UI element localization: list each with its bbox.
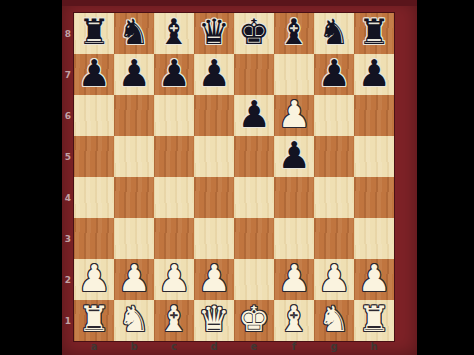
video-frame: 87654321 ♜♞♝♛♚♝♞♜♟♟♟♟♟♟♟♟♟♟♟♟♟♟♟♟♜♞♝♛♚♝♞… xyxy=(0,0,474,355)
piece-black-pawn: ♟ xyxy=(237,94,270,135)
square-b1[interactable]: ♞ xyxy=(114,300,154,341)
piece-black-pawn: ♟ xyxy=(157,53,190,94)
square-g6[interactable] xyxy=(314,95,354,136)
square-g2[interactable]: ♟ xyxy=(314,259,354,300)
square-h5[interactable] xyxy=(354,136,394,177)
piece-white-pawn: ♟ xyxy=(277,258,310,299)
piece-white-rook: ♜ xyxy=(78,299,109,340)
square-d5[interactable] xyxy=(194,136,234,177)
piece-black-pawn: ♟ xyxy=(317,53,350,94)
square-f7[interactable] xyxy=(274,54,314,95)
square-h1[interactable]: ♜ xyxy=(354,300,394,341)
rank-label-1: 1 xyxy=(62,300,74,341)
square-c6[interactable] xyxy=(154,95,194,136)
square-d7[interactable]: ♟ xyxy=(194,54,234,95)
file-label-h: h xyxy=(354,340,394,355)
letterbox-right xyxy=(417,0,474,355)
file-label-c: c xyxy=(154,340,194,355)
square-f8[interactable]: ♝ xyxy=(274,13,314,54)
rank-labels: 87654321 xyxy=(62,13,74,341)
square-a2[interactable]: ♟ xyxy=(74,259,114,300)
file-label-f: f xyxy=(274,340,314,355)
piece-black-pawn: ♟ xyxy=(277,135,310,176)
piece-black-rook: ♜ xyxy=(78,12,109,53)
square-b3[interactable] xyxy=(114,218,154,259)
square-b6[interactable] xyxy=(114,95,154,136)
piece-black-queen: ♛ xyxy=(198,12,229,53)
file-label-d: d xyxy=(194,340,234,355)
square-c4[interactable] xyxy=(154,177,194,218)
file-label-a: a xyxy=(74,340,114,355)
square-h8[interactable]: ♜ xyxy=(354,13,394,54)
square-e3[interactable] xyxy=(234,218,274,259)
file-label-e: e xyxy=(234,340,274,355)
square-h2[interactable]: ♟ xyxy=(354,259,394,300)
square-e7[interactable] xyxy=(234,54,274,95)
rank-label-5: 5 xyxy=(62,136,74,177)
square-f2[interactable]: ♟ xyxy=(274,259,314,300)
square-b2[interactable]: ♟ xyxy=(114,259,154,300)
piece-white-pawn: ♟ xyxy=(277,94,310,135)
piece-white-pawn: ♟ xyxy=(317,258,350,299)
file-labels: abcdefgh xyxy=(74,340,394,355)
square-e8[interactable]: ♚ xyxy=(234,13,274,54)
piece-white-king: ♚ xyxy=(238,299,269,340)
square-a4[interactable] xyxy=(74,177,114,218)
square-h4[interactable] xyxy=(354,177,394,218)
square-a3[interactable] xyxy=(74,218,114,259)
piece-white-bishop: ♝ xyxy=(278,299,309,340)
board-frame: 87654321 ♜♞♝♛♚♝♞♜♟♟♟♟♟♟♟♟♟♟♟♟♟♟♟♟♜♞♝♛♚♝♞… xyxy=(62,0,417,355)
square-g4[interactable] xyxy=(314,177,354,218)
square-d4[interactable] xyxy=(194,177,234,218)
square-h7[interactable]: ♟ xyxy=(354,54,394,95)
square-b7[interactable]: ♟ xyxy=(114,54,154,95)
square-a1[interactable]: ♜ xyxy=(74,300,114,341)
square-c2[interactable]: ♟ xyxy=(154,259,194,300)
frame-top-edge xyxy=(62,0,417,6)
piece-black-pawn: ♟ xyxy=(197,53,230,94)
piece-white-knight: ♞ xyxy=(118,299,149,340)
square-b8[interactable]: ♞ xyxy=(114,13,154,54)
piece-black-king: ♚ xyxy=(238,12,269,53)
piece-black-knight: ♞ xyxy=(118,12,149,53)
square-h3[interactable] xyxy=(354,218,394,259)
square-f6[interactable]: ♟ xyxy=(274,95,314,136)
piece-white-knight: ♞ xyxy=(318,299,349,340)
square-e5[interactable] xyxy=(234,136,274,177)
piece-black-pawn: ♟ xyxy=(117,53,150,94)
square-g8[interactable]: ♞ xyxy=(314,13,354,54)
square-b4[interactable] xyxy=(114,177,154,218)
square-f1[interactable]: ♝ xyxy=(274,300,314,341)
piece-white-pawn: ♟ xyxy=(77,258,110,299)
square-e6[interactable]: ♟ xyxy=(234,95,274,136)
rank-label-3: 3 xyxy=(62,218,74,259)
piece-white-queen: ♛ xyxy=(198,299,229,340)
piece-white-pawn: ♟ xyxy=(157,258,190,299)
piece-black-bishop: ♝ xyxy=(158,12,189,53)
file-label-b: b xyxy=(114,340,154,355)
square-c5[interactable] xyxy=(154,136,194,177)
square-g3[interactable] xyxy=(314,218,354,259)
piece-white-pawn: ♟ xyxy=(117,258,150,299)
square-a5[interactable] xyxy=(74,136,114,177)
square-d6[interactable] xyxy=(194,95,234,136)
square-c8[interactable]: ♝ xyxy=(154,13,194,54)
square-c3[interactable] xyxy=(154,218,194,259)
square-a7[interactable]: ♟ xyxy=(74,54,114,95)
piece-black-rook: ♜ xyxy=(358,12,389,53)
square-e4[interactable] xyxy=(234,177,274,218)
chess-board: ♜♞♝♛♚♝♞♜♟♟♟♟♟♟♟♟♟♟♟♟♟♟♟♟♜♞♝♛♚♝♞♜ xyxy=(74,13,394,341)
piece-white-bishop: ♝ xyxy=(158,299,189,340)
square-g1[interactable]: ♞ xyxy=(314,300,354,341)
square-h6[interactable] xyxy=(354,95,394,136)
rank-label-6: 6 xyxy=(62,95,74,136)
rank-label-4: 4 xyxy=(62,177,74,218)
square-a6[interactable] xyxy=(74,95,114,136)
piece-black-pawn: ♟ xyxy=(77,53,110,94)
square-d3[interactable] xyxy=(194,218,234,259)
square-e1[interactable]: ♚ xyxy=(234,300,274,341)
piece-black-pawn: ♟ xyxy=(357,53,390,94)
rank-label-7: 7 xyxy=(62,54,74,95)
square-d2[interactable]: ♟ xyxy=(194,259,234,300)
piece-white-pawn: ♟ xyxy=(197,258,230,299)
square-g5[interactable] xyxy=(314,136,354,177)
square-e2[interactable] xyxy=(234,259,274,300)
rank-label-2: 2 xyxy=(62,259,74,300)
square-d1[interactable]: ♛ xyxy=(194,300,234,341)
square-d8[interactable]: ♛ xyxy=(194,13,234,54)
square-c1[interactable]: ♝ xyxy=(154,300,194,341)
letterbox-left xyxy=(0,0,62,355)
square-f3[interactable] xyxy=(274,218,314,259)
square-g7[interactable]: ♟ xyxy=(314,54,354,95)
square-b5[interactable] xyxy=(114,136,154,177)
square-f5[interactable]: ♟ xyxy=(274,136,314,177)
square-f4[interactable] xyxy=(274,177,314,218)
piece-black-knight: ♞ xyxy=(318,12,349,53)
square-a8[interactable]: ♜ xyxy=(74,13,114,54)
piece-white-rook: ♜ xyxy=(358,299,389,340)
file-label-g: g xyxy=(314,340,354,355)
piece-black-bishop: ♝ xyxy=(278,12,309,53)
square-c7[interactable]: ♟ xyxy=(154,54,194,95)
rank-label-8: 8 xyxy=(62,13,74,54)
piece-white-pawn: ♟ xyxy=(357,258,390,299)
